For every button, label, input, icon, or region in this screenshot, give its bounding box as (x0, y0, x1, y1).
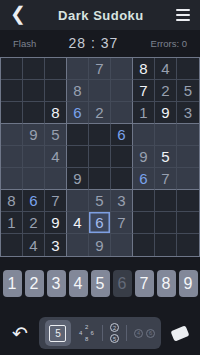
cell-r4c7[interactable] (133, 124, 155, 146)
timer: 28 : 37 (68, 35, 118, 51)
numpad-key-8[interactable]: 8 (157, 270, 176, 297)
center-notes-icon[interactable]: 2 5 (110, 323, 119, 343)
cell-r5c3[interactable]: 4 (45, 146, 67, 168)
cell-r2c8[interactable]: 2 (155, 80, 177, 102)
input-mode-label: 5 (49, 325, 66, 342)
cell-r1c9[interactable] (177, 58, 199, 80)
numpad-key-4[interactable]: 4 (69, 270, 88, 297)
pair-notes-icon[interactable]: 4 6 (134, 329, 155, 338)
cell-r6c8[interactable]: 7 (155, 168, 177, 190)
cell-r8c1[interactable]: 1 (1, 212, 23, 234)
cell-r3c2[interactable] (23, 102, 45, 124)
cell-r7c7[interactable] (133, 190, 155, 212)
cell-r9c3[interactable]: 3 (45, 234, 67, 256)
cell-r7c3[interactable]: 7 (45, 190, 67, 212)
numpad-key-7[interactable]: 7 (135, 270, 154, 297)
status-row: Flash 28 : 37 Errors: 0 (0, 30, 200, 56)
cell-r1c8[interactable]: 4 (155, 58, 177, 80)
cell-r8c5[interactable]: 6 (89, 212, 111, 234)
cell-r6c4[interactable]: 9 (67, 168, 89, 190)
cell-r3c3[interactable]: 8 (45, 102, 67, 124)
cell-r8c8[interactable] (155, 212, 177, 234)
cell-r2c2[interactable] (23, 80, 45, 102)
bottom-toolbar: ↶ 5 2 4 6 8 2 5 4 6 (0, 316, 200, 350)
cell-r8c9[interactable] (177, 212, 199, 234)
cell-r4c6[interactable]: 6 (111, 124, 133, 146)
cell-r5c8[interactable]: 5 (155, 146, 177, 168)
cell-r4c2[interactable]: 9 (23, 124, 45, 146)
input-mode-button[interactable]: 5 (45, 320, 71, 346)
cell-r2c7[interactable]: 7 (133, 80, 155, 102)
cell-r1c3[interactable] (45, 58, 67, 80)
cell-r7c8[interactable] (155, 190, 177, 212)
numpad-key-2[interactable]: 2 (25, 270, 44, 297)
cell-r3c8[interactable]: 9 (155, 102, 177, 124)
numpad-key-6[interactable]: 6 (113, 270, 132, 297)
cell-r8c3[interactable]: 9 (45, 212, 67, 234)
menu-icon[interactable] (176, 9, 190, 21)
divider (126, 325, 127, 341)
cell-r7c2[interactable]: 6 (23, 190, 45, 212)
cell-r1c6[interactable] (111, 58, 133, 80)
cell-r5c2[interactable] (23, 146, 45, 168)
cell-r6c9[interactable] (177, 168, 199, 190)
top-bar: ❮ Dark Sudoku (0, 0, 200, 30)
cell-r2c6[interactable] (111, 80, 133, 102)
cell-r6c6[interactable] (111, 168, 133, 190)
numpad-key-3[interactable]: 3 (47, 270, 66, 297)
cell-r9c5[interactable]: 9 (89, 234, 111, 256)
cell-r1c4[interactable] (67, 58, 89, 80)
sudoku-board: 784872586219395649596786753129467439 (0, 57, 200, 257)
cell-r4c5[interactable] (89, 124, 111, 146)
cell-r1c7[interactable]: 8 (133, 58, 155, 80)
tool-group: 5 2 4 6 8 2 5 4 6 (39, 317, 161, 349)
numpad-key-9[interactable]: 9 (179, 270, 198, 297)
cell-r8c4[interactable]: 4 (67, 212, 89, 234)
cell-r3c6[interactable] (111, 102, 133, 124)
cell-r4c3[interactable]: 5 (45, 124, 67, 146)
cell-r9c9[interactable] (177, 234, 199, 256)
cell-r2c5[interactable] (89, 80, 111, 102)
eraser-icon[interactable] (171, 325, 190, 341)
cell-r2c9[interactable]: 5 (177, 80, 199, 102)
undo-icon[interactable]: ↶ (12, 324, 28, 343)
cell-r8c6[interactable]: 7 (111, 212, 133, 234)
cell-r4c4[interactable] (67, 124, 89, 146)
difficulty-label: Flash (13, 38, 36, 49)
cell-r7c6[interactable]: 3 (111, 190, 133, 212)
cell-r8c2[interactable]: 2 (23, 212, 45, 234)
cell-r3c7[interactable]: 1 (133, 102, 155, 124)
cell-r7c9[interactable] (177, 190, 199, 212)
number-pad: 123456789 (0, 270, 200, 297)
cell-r4c9[interactable] (177, 124, 199, 146)
cell-r9c7[interactable] (133, 234, 155, 256)
cell-r4c8[interactable] (155, 124, 177, 146)
cell-r3c1[interactable] (1, 102, 23, 124)
cell-r6c1[interactable] (1, 168, 23, 190)
cell-r2c3[interactable] (45, 80, 67, 102)
cell-r8c7[interactable] (133, 212, 155, 234)
cell-r5c1[interactable] (1, 146, 23, 168)
numpad-key-1[interactable]: 1 (3, 270, 22, 297)
numpad-key-5[interactable]: 5 (91, 270, 110, 297)
cell-r1c2[interactable] (23, 58, 45, 80)
cell-r6c3[interactable] (45, 168, 67, 190)
cell-r2c4[interactable]: 8 (67, 80, 89, 102)
cell-r6c2[interactable] (23, 168, 45, 190)
cell-r9c2[interactable]: 4 (23, 234, 45, 256)
cell-r5c9[interactable] (177, 146, 199, 168)
app-title: Dark Sudoku (58, 8, 144, 23)
cell-r3c9[interactable]: 3 (177, 102, 199, 124)
cell-r1c5[interactable]: 7 (89, 58, 111, 80)
cell-r9c8[interactable] (155, 234, 177, 256)
cell-r3c5[interactable]: 2 (89, 102, 111, 124)
cell-r5c7[interactable]: 9 (133, 146, 155, 168)
cell-r1c1[interactable] (1, 58, 23, 80)
cell-r7c1[interactable]: 8 (1, 190, 23, 212)
cell-r9c6[interactable] (111, 234, 133, 256)
cell-r6c5[interactable] (89, 168, 111, 190)
cell-r7c4[interactable] (67, 190, 89, 212)
cell-r5c4[interactable] (67, 146, 89, 168)
cell-r2c1[interactable] (1, 80, 23, 102)
cell-r6c7[interactable]: 6 (133, 168, 155, 190)
cell-r3c4[interactable]: 6 (67, 102, 89, 124)
corner-notes-icon[interactable]: 2 4 6 8 (78, 324, 95, 342)
back-icon[interactable]: ❮ (10, 4, 26, 23)
dark-sudoku-app: ❮ Dark Sudoku Flash 28 : 37 Errors: 0 78… (0, 0, 200, 355)
cell-r4c1[interactable] (1, 124, 23, 146)
divider (102, 325, 103, 341)
cell-r5c5[interactable] (89, 146, 111, 168)
cell-r9c4[interactable] (67, 234, 89, 256)
cell-r9c1[interactable] (1, 234, 23, 256)
cell-r5c6[interactable] (111, 146, 133, 168)
cell-r7c5[interactable]: 5 (89, 190, 111, 212)
errors-label: Errors: 0 (151, 38, 187, 49)
